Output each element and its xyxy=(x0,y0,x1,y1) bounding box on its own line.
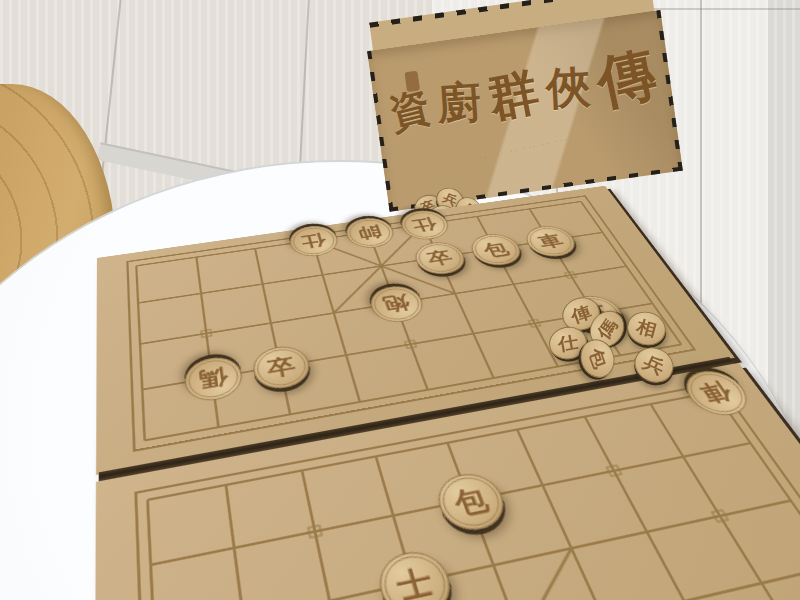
box-title-char: 廚 xyxy=(435,72,483,134)
box-title-char: 群 xyxy=(483,58,545,133)
photo-scene: 資廚群俠傳 ·· ··· ·· ··· ·· ··· 卒兵卒兵卒 xyxy=(0,0,800,600)
box-title-char: 俠 xyxy=(545,57,592,118)
